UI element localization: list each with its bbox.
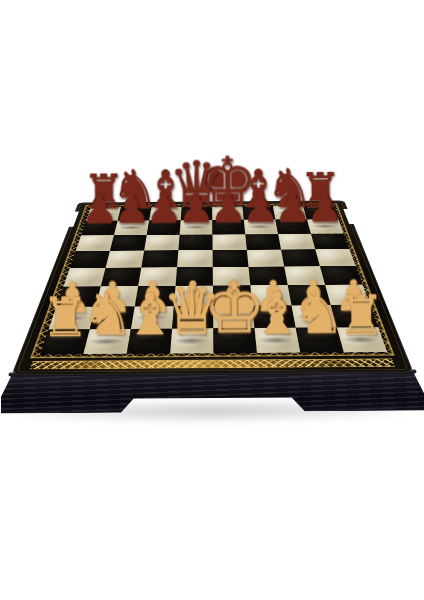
square-b7[interactable]: ♟ — [114, 220, 149, 235]
square-c5[interactable] — [141, 250, 178, 267]
square-g6[interactable] — [278, 234, 315, 250]
piece-white-queen[interactable]: ♛ — [162, 279, 222, 341]
square-f6[interactable] — [245, 234, 281, 250]
square-e5[interactable] — [213, 250, 249, 267]
square-e6[interactable] — [212, 234, 246, 250]
chess-set-photo: ♜♞♝♛♚♝♞♜♟♟♟♟♟♟♟♟♟♟♟♟♟♟♟♟♜♞♝♛♚♝♞♜ — [0, 0, 424, 600]
square-a6[interactable] — [76, 235, 114, 251]
square-f5[interactable] — [247, 250, 284, 267]
piece-red-pawn[interactable]: ♟ — [306, 188, 343, 226]
square-a7[interactable]: ♟ — [81, 221, 118, 236]
square-g5[interactable] — [281, 249, 320, 266]
square-d1[interactable]: ♛ — [170, 328, 213, 353]
square-h1[interactable]: ♜ — [337, 327, 387, 352]
square-e7[interactable]: ♟ — [212, 220, 245, 235]
square-c7[interactable]: ♟ — [147, 220, 181, 235]
chess-board: ♜♞♝♛♚♝♞♜♟♟♟♟♟♟♟♟♟♟♟♟♟♟♟♟♜♞♝♛♚♝♞♜ — [11, 201, 413, 376]
board-grid: ♜♞♝♛♚♝♞♜♟♟♟♟♟♟♟♟♟♟♟♟♟♟♟♟♜♞♝♛♚♝♞♜ — [40, 206, 387, 355]
square-d5[interactable] — [177, 250, 213, 267]
square-c6[interactable] — [144, 235, 179, 251]
square-h6[interactable] — [311, 234, 350, 250]
square-h5[interactable] — [315, 249, 355, 266]
square-d7[interactable]: ♟ — [180, 220, 213, 235]
square-f7[interactable]: ♟ — [244, 220, 278, 235]
square-d6[interactable] — [178, 234, 212, 250]
board-scene: ♜♞♝♛♚♝♞♜♟♟♟♟♟♟♟♟♟♟♟♟♟♟♟♟♜♞♝♛♚♝♞♜ — [0, 0, 424, 600]
gold-chain-inlay-border: ♜♞♝♛♚♝♞♜♟♟♟♟♟♟♟♟♟♟♟♟♟♟♟♟♜♞♝♛♚♝♞♜ — [30, 203, 394, 358]
piece-white-rook[interactable]: ♜ — [337, 290, 386, 340]
square-h7[interactable]: ♟ — [307, 219, 344, 234]
square-a5[interactable] — [70, 251, 110, 268]
piece-white-rook[interactable]: ♜ — [41, 292, 90, 342]
front-gold-diamond-band — [30, 359, 395, 370]
square-a1[interactable]: ♜ — [40, 329, 90, 354]
square-b6[interactable] — [110, 235, 147, 251]
square-b5[interactable] — [106, 251, 145, 268]
